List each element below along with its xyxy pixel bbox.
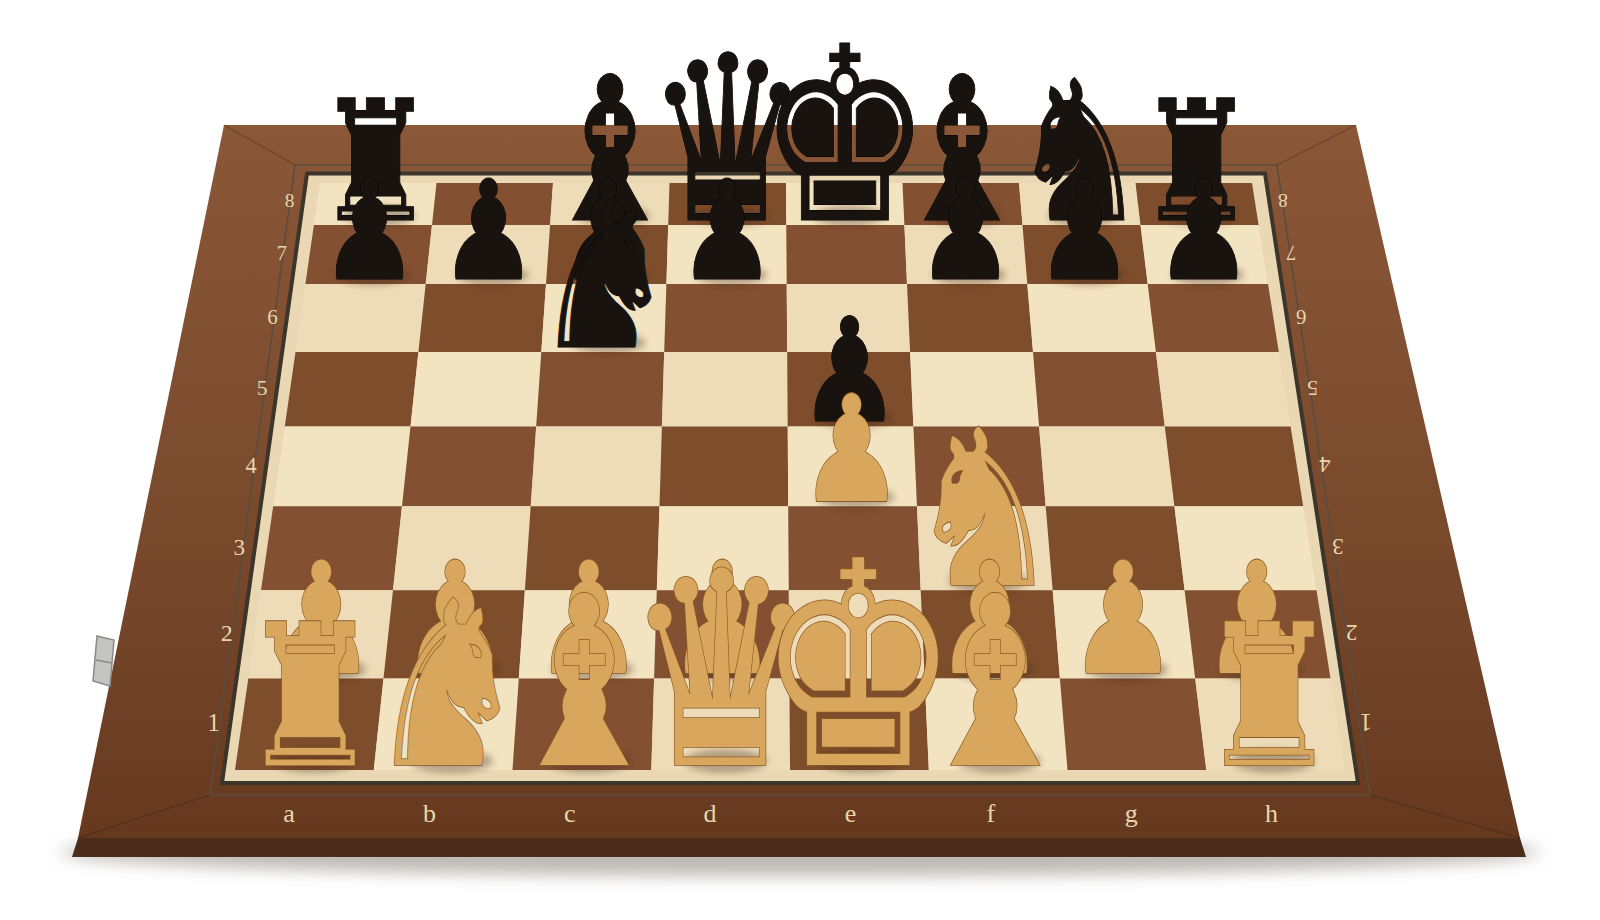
rank-label-left-4: 4 (245, 453, 256, 478)
photo-background: 8877665544332211abcdefgh♜♝♛♚♝♞♜♟♟♟♟♟♟♟♞♟… (0, 0, 1600, 920)
piece-black-pawn-a7[interactable]: ♟ (320, 151, 419, 312)
rank-label-right-5: 5 (1307, 376, 1318, 400)
square-h5[interactable] (1156, 352, 1291, 427)
piece-white-rook-h1[interactable]: ♜ (1199, 582, 1340, 812)
rank-label-left-2: 2 (221, 620, 233, 646)
square-a4[interactable] (273, 426, 410, 506)
board-frame-front-edge (72, 838, 1526, 857)
piece-black-knight-c6[interactable]: ♞ (532, 159, 677, 394)
rank-label-right-3: 3 (1332, 534, 1344, 560)
rank-label-left-5: 5 (257, 376, 268, 400)
rank-label-left-7: 7 (277, 242, 287, 264)
piece-white-bishop-f1[interactable]: ♝ (911, 546, 1080, 820)
square-h4[interactable] (1165, 426, 1303, 506)
rank-label-right-6: 6 (1296, 305, 1306, 329)
square-b5[interactable] (411, 352, 542, 427)
rank-label-left-8: 8 (285, 190, 295, 211)
piece-black-pawn-g7[interactable]: ♟ (1035, 151, 1134, 312)
rank-label-left-6: 6 (267, 305, 277, 329)
piece-white-rook-a1[interactable]: ♜ (239, 582, 380, 812)
rank-label-right-4: 4 (1319, 452, 1330, 477)
piece-black-pawn-d7[interactable]: ♟ (677, 151, 776, 312)
square-a5[interactable] (285, 352, 419, 427)
square-d4[interactable] (660, 426, 789, 506)
piece-black-pawn-b7[interactable]: ♟ (439, 151, 538, 312)
rank-label-right-8: 8 (1278, 190, 1288, 211)
piece-black-pawn-f7[interactable]: ♟ (916, 151, 1015, 312)
rank-label-left-1: 1 (208, 709, 220, 736)
rank-label-right-7: 7 (1286, 242, 1296, 264)
rank-label-right-2: 2 (1346, 620, 1358, 646)
square-c4[interactable] (531, 426, 662, 506)
piece-black-pawn-h7[interactable]: ♟ (1154, 151, 1253, 312)
square-d5[interactable] (662, 352, 788, 427)
file-label-g: g (1125, 799, 1138, 828)
rank-label-left-3: 3 (233, 534, 245, 560)
square-b4[interactable] (402, 426, 536, 506)
piece-white-pawn-g2[interactable]: ♟ (1067, 529, 1179, 710)
rank-label-right-1: 1 (1360, 709, 1372, 736)
chessboard: 8877665544332211abcdefgh♜♝♛♚♝♞♜♟♟♟♟♟♟♟♞♟… (0, 0, 1600, 920)
